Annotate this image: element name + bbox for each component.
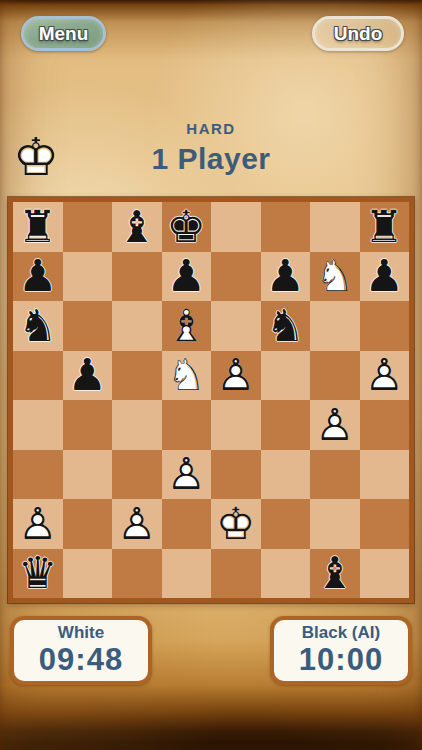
white-piece-outline-glyph: ♙ [13, 499, 63, 549]
square-d1[interactable] [162, 549, 212, 599]
chess-app-screen: { "game": "chess", "position": "r1bk3r/p… [0, 0, 422, 750]
white-pawn-h5[interactable]: ♟♙ [360, 351, 410, 401]
square-a3[interactable] [13, 450, 63, 500]
difficulty-label: HARD [0, 120, 422, 137]
black-bishop-c8[interactable]: ♝ [112, 202, 162, 252]
square-e3[interactable] [211, 450, 261, 500]
black-clock: Black (AI) 10:00 [270, 616, 412, 685]
black-piece-glyph: ♞ [13, 301, 63, 351]
white-piece-outline-glyph: ♘ [162, 351, 212, 401]
square-b1[interactable] [63, 549, 113, 599]
square-f6[interactable]: ♞ [261, 301, 311, 351]
square-c5[interactable] [112, 351, 162, 401]
square-h6[interactable] [360, 301, 410, 351]
white-king-e2[interactable]: ♚♔ [211, 499, 261, 549]
square-e4[interactable] [211, 400, 261, 450]
square-g7[interactable]: ♞♘ [310, 252, 360, 302]
white-piece-outline-glyph: ♗ [162, 301, 212, 351]
square-g3[interactable] [310, 450, 360, 500]
black-bishop-g1[interactable]: ♝ [310, 549, 360, 599]
square-h2[interactable] [360, 499, 410, 549]
square-b2[interactable] [63, 499, 113, 549]
square-c6[interactable] [112, 301, 162, 351]
white-piece-outline-glyph: ♙ [112, 499, 162, 549]
black-piece-glyph: ♟ [162, 252, 212, 302]
white-pawn-a2[interactable]: ♟♙ [13, 499, 63, 549]
square-f7[interactable]: ♟ [261, 252, 311, 302]
black-piece-glyph: ♟ [261, 252, 311, 302]
square-c1[interactable] [112, 549, 162, 599]
square-c7[interactable] [112, 252, 162, 302]
square-d5[interactable]: ♞♘ [162, 351, 212, 401]
square-g8[interactable] [310, 202, 360, 252]
square-b6[interactable] [63, 301, 113, 351]
square-g1[interactable]: ♝ [310, 549, 360, 599]
square-c4[interactable] [112, 400, 162, 450]
square-h5[interactable]: ♟♙ [360, 351, 410, 401]
black-piece-glyph: ♟ [63, 351, 113, 401]
square-e6[interactable] [211, 301, 261, 351]
white-piece-outline-glyph: ♙ [310, 400, 360, 450]
black-piece-glyph: ♞ [261, 301, 311, 351]
square-d3[interactable]: ♟♙ [162, 450, 212, 500]
game-mode-title: 1 Player [0, 142, 422, 176]
square-a1[interactable]: ♛ [13, 549, 63, 599]
square-g2[interactable] [310, 499, 360, 549]
square-d7[interactable]: ♟ [162, 252, 212, 302]
square-h8[interactable]: ♜ [360, 202, 410, 252]
white-piece-outline-glyph: ♙ [211, 351, 261, 401]
square-a7[interactable]: ♟ [13, 252, 63, 302]
square-b7[interactable] [63, 252, 113, 302]
square-e8[interactable] [211, 202, 261, 252]
square-e5[interactable]: ♟♙ [211, 351, 261, 401]
square-c8[interactable]: ♝ [112, 202, 162, 252]
black-pawn-b5[interactable]: ♟ [63, 351, 113, 401]
square-a6[interactable]: ♞ [13, 301, 63, 351]
square-b8[interactable] [63, 202, 113, 252]
black-pawn-h7[interactable]: ♟ [360, 252, 410, 302]
white-pawn-c2[interactable]: ♟♙ [112, 499, 162, 549]
black-piece-glyph: ♝ [310, 549, 360, 599]
square-f2[interactable] [261, 499, 311, 549]
square-d2[interactable] [162, 499, 212, 549]
white-pawn-e5[interactable]: ♟♙ [211, 351, 261, 401]
black-queen-a1[interactable]: ♛ [13, 549, 63, 599]
white-piece-outline-glyph: ♔ [211, 499, 261, 549]
black-pawn-a7[interactable]: ♟ [13, 252, 63, 302]
white-clock-label: White [58, 624, 104, 643]
white-piece-outline-glyph: ♘ [310, 252, 360, 302]
black-piece-glyph: ♜ [13, 202, 63, 252]
black-clock-time: 10:00 [299, 643, 383, 677]
menu-button[interactable]: Menu [21, 16, 106, 51]
square-g5[interactable] [310, 351, 360, 401]
square-a8[interactable]: ♜ [13, 202, 63, 252]
black-pawn-f7[interactable]: ♟ [261, 252, 311, 302]
black-rook-h8[interactable]: ♜ [360, 202, 410, 252]
white-clock-time: 09:48 [39, 643, 123, 677]
square-a2[interactable]: ♟♙ [13, 499, 63, 549]
square-e1[interactable] [211, 549, 261, 599]
black-king-d8[interactable]: ♚ [162, 202, 212, 252]
black-rook-a8[interactable]: ♜ [13, 202, 63, 252]
black-pawn-d7[interactable]: ♟ [162, 252, 212, 302]
square-h7[interactable]: ♟ [360, 252, 410, 302]
white-bishop-d6[interactable]: ♝♗ [162, 301, 212, 351]
square-e7[interactable] [211, 252, 261, 302]
square-h1[interactable] [360, 549, 410, 599]
white-pawn-g4[interactable]: ♟♙ [310, 400, 360, 450]
square-g6[interactable] [310, 301, 360, 351]
square-f5[interactable] [261, 351, 311, 401]
black-piece-glyph: ♛ [13, 549, 63, 599]
white-piece-outline-glyph: ♙ [162, 450, 212, 500]
square-e2[interactable]: ♚♔ [211, 499, 261, 549]
square-h4[interactable] [360, 400, 410, 450]
black-piece-glyph: ♝ [112, 202, 162, 252]
white-clock: White 09:48 [10, 616, 152, 685]
black-knight-a6[interactable]: ♞ [13, 301, 63, 351]
square-c3[interactable] [112, 450, 162, 500]
square-h3[interactable] [360, 450, 410, 500]
square-a5[interactable] [13, 351, 63, 401]
black-piece-glyph: ♚ [162, 202, 212, 252]
square-f4[interactable] [261, 400, 311, 450]
square-b5[interactable]: ♟ [63, 351, 113, 401]
white-piece-outline-glyph: ♙ [360, 351, 410, 401]
square-d6[interactable]: ♝♗ [162, 301, 212, 351]
square-b4[interactable] [63, 400, 113, 450]
black-piece-glyph: ♟ [360, 252, 410, 302]
square-d4[interactable] [162, 400, 212, 450]
black-clock-label: Black (AI) [302, 624, 380, 643]
chess-board[interactable]: ♜♝♚♜♟♟♟♞♘♟♞♝♗♞♟♞♘♟♙♟♙♟♙♟♙♟♙♟♙♚♔♛♝ [8, 197, 414, 603]
black-knight-f6[interactable]: ♞ [261, 301, 311, 351]
white-knight-g7[interactable]: ♞♘ [310, 252, 360, 302]
black-piece-glyph: ♜ [360, 202, 410, 252]
undo-button[interactable]: Undo [312, 16, 404, 51]
square-d8[interactable]: ♚ [162, 202, 212, 252]
black-piece-glyph: ♟ [13, 252, 63, 302]
square-f3[interactable] [261, 450, 311, 500]
square-f8[interactable] [261, 202, 311, 252]
square-g4[interactable]: ♟♙ [310, 400, 360, 450]
square-a4[interactable] [13, 400, 63, 450]
square-b3[interactable] [63, 450, 113, 500]
white-knight-d5[interactable]: ♞♘ [162, 351, 212, 401]
square-c2[interactable]: ♟♙ [112, 499, 162, 549]
square-f1[interactable] [261, 549, 311, 599]
white-pawn-d3[interactable]: ♟♙ [162, 450, 212, 500]
